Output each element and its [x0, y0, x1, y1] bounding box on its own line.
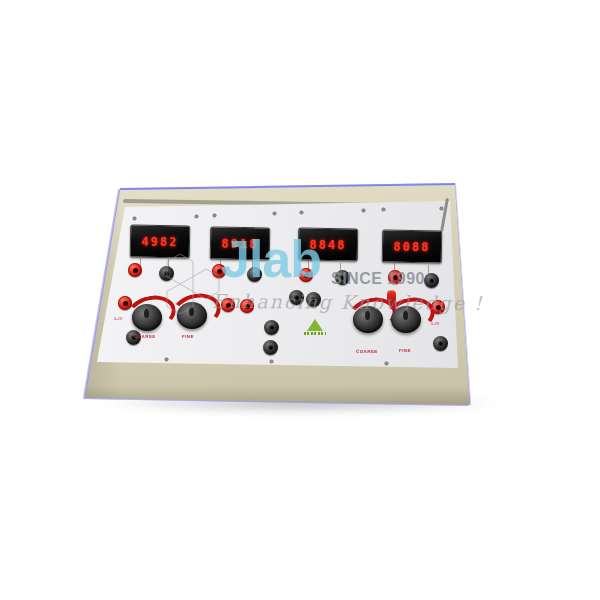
- black-jack: [433, 336, 448, 351]
- screw-icon: [382, 208, 385, 211]
- black-jack: [289, 290, 304, 305]
- jack-range-label: 0-2V: [431, 321, 439, 326]
- led-digits: 8848: [309, 237, 346, 252]
- knob-label: FINE: [399, 348, 411, 353]
- led-display-4: 8088: [382, 230, 442, 264]
- screw-icon: [195, 215, 198, 218]
- led-digits: 8088: [393, 239, 430, 254]
- red-jack: [221, 298, 235, 312]
- fine-knob-left: [177, 302, 207, 329]
- screw-icon: [440, 207, 443, 210]
- case-body: 4982 8918 8848 8088: [84, 180, 524, 408]
- led-digits: 8918: [221, 236, 258, 251]
- screw-icon: [165, 358, 168, 361]
- black-jack: [306, 292, 321, 307]
- product-photo: 4982 8918 8848 8088: [0, 0, 600, 600]
- logo-text-bar: [304, 332, 326, 335]
- triangle-icon: [307, 319, 323, 331]
- led-digits: 4982: [141, 234, 178, 249]
- red-jack: [299, 268, 313, 282]
- black-jack: [424, 273, 439, 288]
- black-jack: [247, 267, 262, 282]
- coarse-knob-right: [353, 306, 383, 333]
- red-jack: [128, 263, 142, 277]
- screw-icon: [385, 362, 388, 365]
- green-triangle-logo: [304, 319, 326, 338]
- screw-icon: [273, 212, 276, 215]
- instrument-case: 4982 8918 8848 8088: [84, 180, 524, 408]
- screw-icon: [213, 214, 216, 217]
- jack-range-label: 0-2V: [114, 316, 122, 321]
- knob-label: COARSE: [356, 349, 378, 354]
- led-display-3: 8848: [298, 228, 358, 262]
- red-jack: [212, 264, 226, 278]
- black-jack: [159, 266, 174, 281]
- led-display-1: 4982: [130, 225, 190, 259]
- black-jack: [264, 320, 279, 335]
- front-panel: [84, 180, 524, 408]
- led-display-2: 8918: [210, 227, 270, 261]
- red-jack: [388, 270, 402, 284]
- screw-icon: [270, 360, 273, 363]
- screw-icon: [133, 217, 136, 220]
- black-jack: [263, 340, 278, 355]
- screw-icon: [300, 211, 303, 214]
- coarse-knob-left: [132, 304, 162, 331]
- knob-label: FINE: [182, 334, 194, 339]
- knob-label: COARSE: [134, 334, 156, 339]
- black-jack: [335, 270, 350, 285]
- red-jack: [240, 299, 254, 313]
- screw-icon: [362, 209, 365, 212]
- fine-knob-right: [391, 306, 421, 333]
